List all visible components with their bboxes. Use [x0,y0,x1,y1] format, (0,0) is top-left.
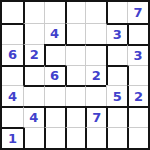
given-digit: 3 [134,49,143,62]
cell-r7c6[interactable] [106,127,127,148]
cell-r5c5[interactable] [85,85,106,106]
cell-r3c5[interactable] [85,44,106,65]
cell-r4c4[interactable] [65,65,86,86]
cell-r1c1[interactable] [2,2,23,23]
cell-r6c2: 4 [23,106,44,127]
given-digit: 4 [29,111,38,124]
cell-r5c1: 4 [2,85,23,106]
given-digit: 3 [113,28,122,41]
cell-r6c7[interactable] [127,106,148,127]
cell-r1c7: 7 [127,2,148,23]
cell-r2c5[interactable] [85,23,106,44]
cell-r3c6[interactable] [106,44,127,65]
cell-r3c1: 6 [2,44,23,65]
cell-r4c1[interactable] [2,65,23,86]
given-digit: 4 [50,27,59,40]
cell-r4c6[interactable] [106,65,127,86]
given-digit: 2 [134,90,143,103]
given-digit: 7 [134,6,143,19]
cell-r1c6[interactable] [106,2,127,23]
cell-r7c1: 1 [2,127,23,148]
cell-r6c4[interactable] [65,106,86,127]
cell-r2c2[interactable] [23,23,44,44]
cell-r7c7[interactable] [127,127,148,148]
cell-r7c5[interactable] [85,127,106,148]
puzzle-screenshot: 74362362452471 [0,0,150,150]
cell-r5c6: 5 [106,85,127,106]
cell-r5c4[interactable] [65,85,86,106]
cell-r7c3[interactable] [44,127,65,148]
cell-r1c4[interactable] [65,2,86,23]
cell-r3c7: 3 [127,44,148,65]
cell-r2c4[interactable] [65,23,86,44]
cell-r2c6: 3 [106,23,127,44]
given-digit: 1 [8,132,17,145]
cell-r6c3[interactable] [44,106,65,127]
cell-r6c1[interactable] [2,106,23,127]
cell-r3c2: 2 [23,44,44,65]
cell-r5c3[interactable] [44,85,65,106]
cell-r5c2[interactable] [23,85,44,106]
cell-r4c3: 6 [44,65,65,86]
cell-r4c2[interactable] [23,65,44,86]
cell-r2c3: 4 [44,23,65,44]
given-digit: 6 [8,48,17,61]
cell-r6c5: 7 [85,106,106,127]
cell-r7c2[interactable] [23,127,44,148]
cell-r1c3[interactable] [44,2,65,23]
given-digit: 4 [8,90,17,103]
puzzle-board: 74362362452471 [0,0,150,150]
cell-r4c5: 2 [85,65,106,86]
cell-r6c6[interactable] [106,106,127,127]
given-digit: 5 [113,90,122,103]
cell-r5c7: 2 [127,85,148,106]
cell-r4c7[interactable] [127,65,148,86]
cell-r1c2[interactable] [23,2,44,23]
cell-r2c1[interactable] [2,23,23,44]
cell-r1c5[interactable] [85,2,106,23]
given-digit: 6 [50,69,59,82]
given-digit: 2 [92,69,101,82]
given-digit: 7 [92,111,101,124]
cell-r3c4[interactable] [65,44,86,65]
cell-r7c4[interactable] [65,127,86,148]
cell-r3c3[interactable] [44,44,65,65]
given-digit: 2 [30,48,39,61]
cell-r2c7[interactable] [127,23,148,44]
